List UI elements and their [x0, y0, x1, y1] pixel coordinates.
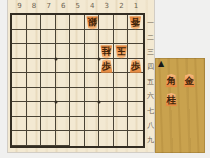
board-cell [99, 15, 114, 30]
rank-label: 二 [146, 33, 155, 43]
board-cell [41, 131, 56, 146]
board-cell [114, 73, 129, 88]
board-cell [128, 88, 143, 103]
board-cell [99, 73, 114, 88]
board-cell [56, 102, 71, 117]
board-cell [70, 73, 85, 88]
board-cell [12, 131, 27, 146]
board-cell [114, 59, 129, 74]
hand-piece[interactable]: 角 [165, 74, 178, 87]
hand-piece[interactable]: 桂 [165, 93, 178, 106]
hoshi-dot [98, 57, 101, 60]
board-cell [114, 15, 129, 30]
board-cell [41, 88, 56, 103]
sente-marker-icon: ▲ [158, 60, 164, 68]
board-cell [99, 102, 114, 117]
file-label: 4 [85, 1, 100, 12]
hoshi-dot [98, 101, 101, 104]
board-cell [114, 117, 129, 132]
file-label: 9 [12, 1, 27, 12]
board-cell [56, 44, 71, 59]
board-cell [56, 117, 71, 132]
board-cell [99, 88, 114, 103]
board-cell [128, 117, 143, 132]
board-cell [128, 30, 143, 45]
board-cell [41, 30, 56, 45]
board-cell [41, 15, 56, 30]
file-label: 1 [128, 1, 143, 12]
hoshi-dot [54, 101, 57, 104]
board-cell [70, 131, 85, 146]
board-cell [12, 15, 27, 30]
board-cell [70, 88, 85, 103]
board-cell [114, 30, 129, 45]
board-cell [41, 44, 56, 59]
board-cell [27, 73, 42, 88]
board-cell [27, 59, 42, 74]
file-label: 8 [27, 1, 42, 12]
board-cell [12, 102, 27, 117]
board-cell [70, 102, 85, 117]
board-grid [10, 13, 145, 148]
rank-label: 一 [146, 18, 155, 28]
rank-label: 八 [146, 120, 155, 130]
board-cell [27, 117, 42, 132]
board-cell [41, 73, 56, 88]
board-cell [70, 30, 85, 45]
board-cell [12, 73, 27, 88]
shogi-board: 987654321 一二三四五六七八九 銀香桂玉歩歩 [8, 0, 154, 152]
file-label: 3 [99, 1, 114, 12]
tsume-shogi-widget: 987654321 一二三四五六七八九 銀香桂玉歩歩 ▲ 角金桂 [0, 0, 210, 158]
rank-label: 九 [146, 135, 155, 145]
board-cell [70, 15, 85, 30]
board-cell [85, 30, 100, 45]
board-cell [99, 131, 114, 146]
board-cell [27, 15, 42, 30]
board-cell [70, 117, 85, 132]
board-cell [56, 73, 71, 88]
board-cell [12, 88, 27, 103]
file-label: 6 [56, 1, 71, 12]
board-cell [128, 44, 143, 59]
board-cell [41, 102, 56, 117]
board-cell [99, 117, 114, 132]
rank-label: 五 [146, 77, 155, 87]
board-cell [27, 131, 42, 146]
board-cell [114, 131, 129, 146]
board-cell [85, 131, 100, 146]
board-cell [41, 59, 56, 74]
board-cell [12, 117, 27, 132]
hoshi-dot [54, 57, 57, 60]
board-cell [85, 88, 100, 103]
board-cell [128, 102, 143, 117]
board-cell [27, 88, 42, 103]
file-label: 2 [114, 1, 129, 12]
komadai-sente-hand: ▲ 角金桂 [155, 58, 205, 153]
board-cell [70, 44, 85, 59]
board-cell [56, 30, 71, 45]
file-label: 5 [70, 1, 85, 12]
file-label: 7 [41, 1, 56, 12]
board-cell [85, 102, 100, 117]
rank-label: 六 [146, 91, 155, 101]
board-cell [85, 117, 100, 132]
board-cell [85, 44, 100, 59]
board-cell [12, 59, 27, 74]
board-cell [41, 117, 56, 132]
board-cell [56, 88, 71, 103]
board-cell [99, 30, 114, 45]
rank-label: 七 [146, 106, 155, 116]
board-cell [12, 30, 27, 45]
board-cell [56, 131, 71, 146]
board-cell [56, 59, 71, 74]
board-cell [114, 102, 129, 117]
board-cell [128, 131, 143, 146]
board-cell [56, 15, 71, 30]
board-cell [27, 102, 42, 117]
board-cell [27, 30, 42, 45]
board-cell [114, 88, 129, 103]
rank-label: 三 [146, 47, 155, 57]
board-cell [12, 44, 27, 59]
board-cell [128, 73, 143, 88]
board-cell [27, 44, 42, 59]
hand-piece[interactable]: 金 [183, 74, 196, 87]
board-cell [70, 59, 85, 74]
rank-label: 四 [146, 62, 155, 72]
board-cell [85, 59, 100, 74]
board-cell [85, 73, 100, 88]
